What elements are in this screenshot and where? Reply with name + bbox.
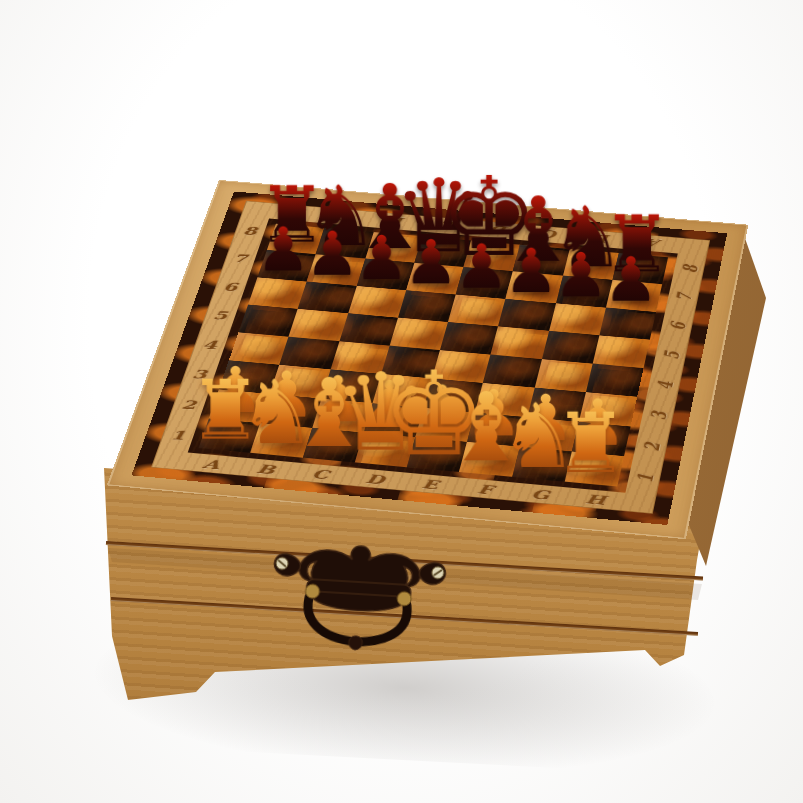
board-squares: ♜♞♝♛♚♝♞♜♟♟♟♟♟♟♟♟♟♟♟♟♟♟♟♟♜♞♝♛♚♝♞♜: [199, 224, 668, 487]
square-h5[interactable]: [592, 335, 649, 368]
piece-black-pawn[interactable]: ♟: [256, 222, 310, 278]
rank-label-right-8: 8: [674, 254, 706, 284]
handle-backplate: [272, 541, 447, 616]
handle-brass-pivot-left: [305, 584, 320, 599]
handle-brass-pivot-right: [397, 591, 412, 606]
chess-board: ABCDEFGH ABCDEFGH 87654321 87654321 ♜♞♝♛…: [107, 180, 749, 539]
square-b6[interactable]: [298, 281, 357, 313]
piece-black-pawn[interactable]: ♟: [354, 230, 409, 286]
file-label-f: F: [455, 479, 514, 500]
rank-label-left-7: 7: [222, 244, 258, 274]
file-label-e: E: [400, 474, 459, 495]
square-c6[interactable]: [348, 286, 406, 318]
tortoise-frame-band: ABCDEFGH ABCDEFGH 87654321 87654321 ♜♞♝♛…: [131, 191, 727, 524]
piece-black-pawn[interactable]: ♟: [404, 235, 459, 291]
square-f6[interactable]: [498, 299, 555, 331]
square-d6[interactable]: [398, 290, 456, 322]
piece-black-pawn[interactable]: ♟: [454, 239, 509, 295]
rank-label-right-5: 5: [655, 339, 688, 371]
file-label-g: G: [511, 484, 570, 505]
file-label-b: B: [236, 459, 296, 480]
square-e6[interactable]: [448, 294, 506, 326]
rank-label-right-7: 7: [667, 282, 700, 313]
square-g6[interactable]: [549, 303, 606, 335]
square-b5[interactable]: [289, 309, 348, 341]
coordinate-band: ABCDEFGH ABCDEFGH 87654321 87654321 ♜♞♝♛…: [151, 201, 710, 514]
piece-black-pawn[interactable]: ♟: [504, 243, 559, 299]
file-label-a: A: [182, 454, 242, 475]
file-label-c: C: [291, 464, 351, 485]
rank-label-right-1: 1: [627, 461, 662, 495]
drawer-handle[interactable]: [251, 534, 466, 668]
handle-bail-ornament: [348, 636, 362, 651]
rank-label-right-4: 4: [648, 369, 682, 402]
square-h1[interactable]: ♜: [564, 451, 624, 486]
square-h7[interactable]: ♟: [606, 280, 662, 312]
piece-black-pawn[interactable]: ♟: [554, 247, 609, 303]
rank-label-right-6: 6: [661, 310, 694, 341]
rank-label-right-2: 2: [634, 430, 668, 464]
piece-white-rook[interactable]: ♜: [554, 406, 629, 482]
square-d5[interactable]: [389, 318, 448, 350]
photo-scene: ABCDEFGH ABCDEFGH 87654321 87654321 ♜♞♝♛…: [0, 0, 803, 803]
square-f5[interactable]: [491, 326, 549, 359]
tortoise-inner-margin: ♜♞♝♛♚♝♞♜♟♟♟♟♟♟♟♟♟♟♟♟♟♟♟♟♜♞♝♛♚♝♞♜: [188, 218, 678, 492]
square-a6[interactable]: [248, 277, 307, 309]
piece-black-pawn[interactable]: ♟: [305, 226, 359, 282]
square-c5[interactable]: [339, 313, 398, 345]
lid-outer-oak-band: ABCDEFGH ABCDEFGH 87654321 87654321 ♜♞♝♛…: [107, 180, 749, 539]
file-label-h: H: [566, 489, 625, 510]
file-label-d: D: [346, 469, 405, 490]
square-g5[interactable]: [542, 331, 600, 364]
square-h6[interactable]: [599, 307, 656, 339]
piece-black-pawn[interactable]: ♟: [604, 252, 659, 308]
rank-label-right-3: 3: [641, 399, 675, 432]
